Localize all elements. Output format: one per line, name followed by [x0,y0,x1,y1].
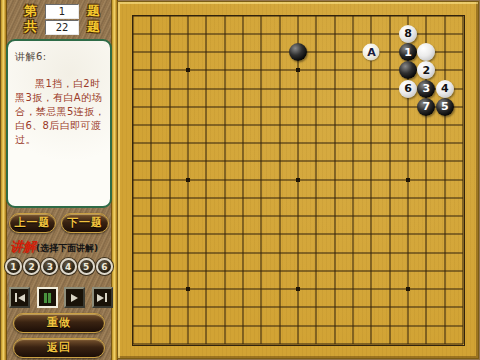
intersection[interactable] [362,152,380,170]
intersection[interactable] [197,25,215,43]
skip-to-end-button[interactable] [92,287,113,308]
intersection[interactable] [161,225,179,243]
intersection[interactable] [307,171,325,189]
intersection[interactable] [289,262,307,280]
intersection[interactable] [179,79,197,97]
intersection[interactable] [362,79,380,97]
intersection[interactable] [289,335,307,353]
intersection[interactable] [271,207,289,225]
intersection[interactable] [307,25,325,43]
intersection[interactable] [454,116,472,134]
intersection[interactable] [271,189,289,207]
intersection[interactable] [454,171,472,189]
intersection[interactable] [362,262,380,280]
intersection[interactable] [216,171,234,189]
intersection[interactable] [307,116,325,134]
intersection[interactable] [234,152,252,170]
intersection[interactable] [289,79,307,97]
intersection[interactable] [234,116,252,134]
intersection[interactable] [289,207,307,225]
intersection[interactable] [161,116,179,134]
intersection[interactable] [161,98,179,116]
intersection[interactable] [344,298,362,316]
intersection[interactable] [234,335,252,353]
intersection[interactable] [326,335,344,353]
intersection[interactable] [344,134,362,152]
intersection[interactable] [124,171,142,189]
intersection[interactable] [399,61,417,79]
intersection[interactable] [124,262,142,280]
intersection[interactable] [436,280,454,298]
intersection[interactable] [124,43,142,61]
redo-button[interactable]: 重做 [13,313,105,333]
intersection[interactable] [454,225,472,243]
intersection[interactable] [307,207,325,225]
intersection[interactable] [326,280,344,298]
intersection[interactable] [436,61,454,79]
intersection[interactable] [381,335,399,353]
intersection[interactable] [124,152,142,170]
intersection[interactable] [417,7,435,25]
intersection[interactable] [124,225,142,243]
intersection[interactable] [161,298,179,316]
intersection[interactable] [216,316,234,334]
intersection[interactable] [197,244,215,262]
intersection[interactable] [417,225,435,243]
intersection[interactable] [417,152,435,170]
intersection[interactable] [289,189,307,207]
intersection[interactable] [362,116,380,134]
intersection[interactable] [161,152,179,170]
intersection[interactable] [234,98,252,116]
intersection[interactable] [454,61,472,79]
intersection[interactable] [381,152,399,170]
skip-to-start-button[interactable] [9,287,30,308]
intersection[interactable] [216,207,234,225]
intersection[interactable] [381,225,399,243]
intersection[interactable] [381,207,399,225]
intersection[interactable] [142,207,160,225]
intersection[interactable] [417,280,435,298]
intersection[interactable] [179,116,197,134]
intersection[interactable] [234,43,252,61]
intersection[interactable] [216,262,234,280]
intersection[interactable] [161,25,179,43]
intersection[interactable] [234,207,252,225]
intersection[interactable] [252,25,270,43]
intersection[interactable] [179,7,197,25]
intersection[interactable] [197,61,215,79]
intersection[interactable] [271,79,289,97]
intersection[interactable] [142,335,160,353]
intersection[interactable] [326,189,344,207]
intersection[interactable] [161,280,179,298]
intersection[interactable] [381,244,399,262]
intersection[interactable] [142,79,160,97]
intersection[interactable] [399,316,417,334]
intersection[interactable] [454,316,472,334]
intersection[interactable] [362,98,380,116]
intersection[interactable] [436,171,454,189]
intersection[interactable] [417,244,435,262]
intersection[interactable] [399,116,417,134]
intersection[interactable] [307,225,325,243]
intersection[interactable] [417,335,435,353]
intersection[interactable] [179,25,197,43]
intersection[interactable] [436,152,454,170]
intersection[interactable] [344,280,362,298]
intersection[interactable] [252,244,270,262]
intersection[interactable] [124,189,142,207]
intersection[interactable] [234,280,252,298]
intersection[interactable] [289,171,307,189]
intersection[interactable]: 8 [399,25,417,43]
intersection[interactable] [124,280,142,298]
intersection[interactable] [142,152,160,170]
intersection[interactable] [197,98,215,116]
intersection[interactable] [307,152,325,170]
intersection[interactable] [307,134,325,152]
intersection[interactable]: 6 [399,79,417,97]
intersection[interactable] [252,79,270,97]
intersection[interactable] [417,116,435,134]
intersection[interactable] [362,207,380,225]
intersection[interactable] [344,335,362,353]
intersection[interactable]: A [362,43,380,61]
intersection[interactable] [197,298,215,316]
intersection[interactable] [326,316,344,334]
intersection[interactable] [271,98,289,116]
intersection[interactable] [289,316,307,334]
intersection[interactable] [179,134,197,152]
intersection[interactable] [197,189,215,207]
intersection[interactable] [344,152,362,170]
intersection[interactable] [362,316,380,334]
intersection[interactable] [161,335,179,353]
intersection[interactable] [454,189,472,207]
intersection[interactable] [381,171,399,189]
intersection[interactable] [399,207,417,225]
intersection[interactable] [436,335,454,353]
intersection[interactable] [289,225,307,243]
intersection[interactable] [124,25,142,43]
intersection[interactable] [289,280,307,298]
intersection[interactable] [142,25,160,43]
intersection[interactable] [289,152,307,170]
intersection[interactable] [344,225,362,243]
intersection[interactable] [436,134,454,152]
intersection[interactable] [381,7,399,25]
intersection[interactable] [326,171,344,189]
intersection[interactable] [234,79,252,97]
intersection[interactable] [454,335,472,353]
intersection[interactable] [252,171,270,189]
intersection[interactable] [271,171,289,189]
intersection[interactable] [271,43,289,61]
intersection[interactable] [417,298,435,316]
intersection[interactable] [381,116,399,134]
intersection[interactable] [399,262,417,280]
intersection[interactable] [307,298,325,316]
intersection[interactable] [417,134,435,152]
intersection[interactable] [234,171,252,189]
intersection[interactable] [454,244,472,262]
pause-button[interactable] [37,287,58,308]
intersection[interactable] [289,43,307,61]
intersection[interactable] [197,262,215,280]
intersection[interactable] [161,189,179,207]
intersection[interactable] [326,43,344,61]
intersection[interactable]: 1 [399,43,417,61]
intersection[interactable] [399,298,417,316]
lecture-option-1[interactable]: 1 [5,258,22,275]
intersection[interactable] [307,98,325,116]
intersection[interactable] [179,98,197,116]
intersection[interactable]: 3 [417,79,435,97]
intersection[interactable] [417,262,435,280]
intersection[interactable] [179,171,197,189]
problem-number-field[interactable]: 1 [45,4,79,19]
intersection[interactable] [289,98,307,116]
intersection[interactable] [362,134,380,152]
intersection[interactable] [252,298,270,316]
intersection[interactable] [252,280,270,298]
intersection[interactable] [417,171,435,189]
intersection[interactable] [454,280,472,298]
intersection[interactable] [197,171,215,189]
intersection[interactable] [234,61,252,79]
lecture-option-2[interactable]: 2 [23,258,40,275]
intersection[interactable] [454,152,472,170]
intersection[interactable] [307,7,325,25]
intersection[interactable] [454,207,472,225]
intersection[interactable] [454,134,472,152]
intersection[interactable] [271,134,289,152]
intersection[interactable] [142,7,160,25]
intersection[interactable] [436,225,454,243]
intersection[interactable] [197,79,215,97]
intersection[interactable] [344,189,362,207]
intersection[interactable] [344,43,362,61]
intersection[interactable] [454,25,472,43]
intersection[interactable] [436,262,454,280]
intersection[interactable] [344,262,362,280]
intersection[interactable] [381,98,399,116]
intersection[interactable] [307,335,325,353]
intersection[interactable] [216,189,234,207]
intersection[interactable] [326,79,344,97]
intersection[interactable] [161,134,179,152]
intersection[interactable] [436,7,454,25]
intersection[interactable] [326,244,344,262]
intersection[interactable] [289,7,307,25]
intersection[interactable] [271,61,289,79]
lecture-option-6[interactable]: 6 [96,258,113,275]
intersection[interactable] [252,7,270,25]
intersection[interactable] [362,61,380,79]
intersection[interactable] [381,262,399,280]
intersection[interactable] [179,280,197,298]
intersection[interactable] [417,207,435,225]
intersection[interactable] [216,134,234,152]
intersection[interactable] [197,134,215,152]
intersection[interactable] [399,225,417,243]
intersection[interactable] [161,207,179,225]
intersection[interactable] [142,298,160,316]
intersection[interactable] [271,298,289,316]
intersection[interactable] [252,116,270,134]
intersection[interactable] [289,244,307,262]
intersection[interactable] [307,79,325,97]
intersection[interactable] [271,225,289,243]
intersection[interactable] [362,280,380,298]
intersection[interactable] [381,298,399,316]
intersection[interactable] [307,280,325,298]
intersection[interactable] [161,262,179,280]
intersection[interactable] [271,280,289,298]
intersection[interactable] [307,189,325,207]
intersection[interactable] [142,98,160,116]
intersection[interactable] [307,43,325,61]
intersection[interactable] [216,152,234,170]
intersection[interactable] [436,316,454,334]
intersection[interactable] [234,262,252,280]
intersection[interactable] [142,262,160,280]
intersection[interactable] [142,189,160,207]
intersection[interactable] [216,61,234,79]
intersection[interactable] [326,298,344,316]
intersection[interactable] [252,316,270,334]
intersection[interactable] [307,316,325,334]
intersection[interactable] [381,43,399,61]
intersection[interactable] [436,25,454,43]
intersection[interactable] [124,134,142,152]
intersection[interactable] [161,7,179,25]
intersection[interactable] [436,298,454,316]
intersection[interactable] [289,298,307,316]
total-number-field[interactable]: 22 [45,20,79,35]
intersection[interactable] [124,335,142,353]
intersection[interactable] [344,98,362,116]
intersection[interactable] [454,43,472,61]
intersection[interactable] [271,335,289,353]
intersection[interactable] [234,189,252,207]
intersection[interactable] [417,316,435,334]
intersection[interactable] [179,335,197,353]
intersection[interactable] [179,152,197,170]
intersection[interactable] [216,335,234,353]
intersection[interactable] [252,98,270,116]
intersection[interactable] [252,225,270,243]
intersection[interactable] [362,298,380,316]
intersection[interactable] [326,207,344,225]
intersection[interactable] [216,225,234,243]
intersection[interactable] [179,189,197,207]
intersection[interactable] [252,61,270,79]
intersection[interactable] [381,189,399,207]
intersection[interactable] [252,189,270,207]
intersection[interactable] [271,152,289,170]
intersection[interactable] [362,171,380,189]
intersection[interactable] [417,189,435,207]
intersection[interactable] [234,225,252,243]
intersection[interactable] [326,262,344,280]
prev-problem-button[interactable]: 上一题 [9,213,56,233]
intersection[interactable] [142,43,160,61]
intersection[interactable] [161,171,179,189]
intersection[interactable] [326,116,344,134]
intersection[interactable] [124,61,142,79]
intersection[interactable] [381,25,399,43]
intersection[interactable] [142,61,160,79]
back-button[interactable]: 返回 [13,338,105,358]
intersection[interactable] [234,25,252,43]
intersection[interactable]: 5 [436,98,454,116]
intersection[interactable] [436,116,454,134]
intersection[interactable] [124,79,142,97]
intersection[interactable] [124,98,142,116]
intersection[interactable] [271,7,289,25]
intersection[interactable] [197,225,215,243]
intersection[interactable] [436,244,454,262]
intersection[interactable] [216,298,234,316]
intersection[interactable] [252,152,270,170]
intersection[interactable] [399,152,417,170]
intersection[interactable] [289,116,307,134]
intersection[interactable] [344,171,362,189]
intersection[interactable] [161,61,179,79]
intersection[interactable] [124,116,142,134]
intersection[interactable] [161,244,179,262]
intersection[interactable] [216,244,234,262]
intersection[interactable] [344,61,362,79]
intersection[interactable] [454,262,472,280]
intersection[interactable] [216,79,234,97]
intersection[interactable] [142,316,160,334]
intersection[interactable] [454,79,472,97]
intersection[interactable] [399,189,417,207]
intersection[interactable] [216,25,234,43]
intersection[interactable] [289,134,307,152]
intersection[interactable] [234,244,252,262]
intersection[interactable] [307,244,325,262]
intersection[interactable] [362,25,380,43]
intersection[interactable] [124,298,142,316]
intersection[interactable] [381,79,399,97]
intersection[interactable] [362,225,380,243]
intersection[interactable] [252,335,270,353]
intersection[interactable] [289,25,307,43]
intersection[interactable] [381,316,399,334]
intersection[interactable] [344,207,362,225]
intersection[interactable]: 4 [436,79,454,97]
intersection[interactable] [381,61,399,79]
intersection[interactable] [179,244,197,262]
intersection[interactable] [344,116,362,134]
intersection[interactable] [179,316,197,334]
intersection[interactable] [161,316,179,334]
intersection[interactable] [252,207,270,225]
intersection[interactable] [252,134,270,152]
intersection[interactable] [124,207,142,225]
intersection[interactable] [197,116,215,134]
intersection[interactable] [271,244,289,262]
intersection[interactable] [362,244,380,262]
intersection[interactable] [326,98,344,116]
intersection[interactable] [142,134,160,152]
intersection[interactable] [234,316,252,334]
intersection[interactable] [197,152,215,170]
